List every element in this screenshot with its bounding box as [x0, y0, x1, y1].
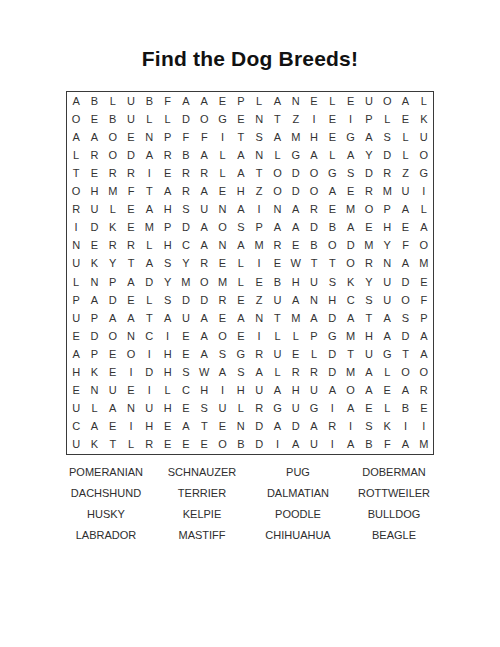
grid-cell: E: [396, 219, 414, 237]
word-list-item: BULLDOG: [346, 503, 442, 524]
grid-cell: D: [396, 327, 414, 345]
grid-cell: E: [85, 110, 103, 128]
grid-cell: T: [268, 309, 286, 327]
grid-cell: S: [396, 309, 414, 327]
grid-cell: N: [122, 327, 140, 345]
grid-cell: F: [122, 183, 140, 201]
grid-cell: A: [232, 309, 250, 327]
grid-cell: R: [195, 164, 213, 182]
grid-cell: W: [195, 364, 213, 382]
grid-cell: E: [287, 237, 305, 255]
grid-cell: A: [323, 382, 341, 400]
grid-cell: M: [104, 183, 122, 201]
grid-cell: N: [213, 237, 231, 255]
grid-cell: T: [104, 436, 122, 454]
grid-cell: E: [195, 436, 213, 454]
grid-cell: E: [323, 201, 341, 219]
grid-cell: N: [232, 418, 250, 436]
grid-cell: E: [104, 418, 122, 436]
grid-cell: R: [85, 146, 103, 164]
grid-cell: G: [415, 164, 433, 182]
grid-cell: L: [122, 436, 140, 454]
grid-cell: A: [85, 291, 103, 309]
grid-cell: A: [232, 146, 250, 164]
grid-cell: K: [378, 418, 396, 436]
grid-cell: E: [360, 400, 378, 418]
grid-cell: I: [140, 382, 158, 400]
grid-cell: D: [323, 345, 341, 363]
word-list-item: SCHNAUZER: [154, 461, 250, 482]
grid-cell: S: [177, 364, 195, 382]
grid-cell: L: [67, 273, 85, 291]
grid-cell: N: [213, 201, 231, 219]
grid-cell: D: [85, 219, 103, 237]
grid-cell: N: [378, 255, 396, 273]
grid-cell: U: [378, 291, 396, 309]
grid-cell: E: [378, 382, 396, 400]
grid-cell: I: [213, 128, 231, 146]
grid-cell: U: [360, 345, 378, 363]
grid-cell: L: [158, 110, 176, 128]
grid-cell: L: [396, 128, 414, 146]
grid-cell: R: [360, 255, 378, 273]
grid-cell: K: [85, 255, 103, 273]
grid-cell: E: [213, 183, 231, 201]
grid-cell: E: [360, 219, 378, 237]
grid-cell: C: [341, 291, 359, 309]
grid-cell: L: [305, 345, 323, 363]
grid-cell: I: [213, 382, 231, 400]
grid-cell: Y: [360, 146, 378, 164]
grid-cell: L: [268, 146, 286, 164]
grid-cell: E: [158, 418, 176, 436]
grid-cell: A: [396, 92, 414, 110]
grid-cell: R: [305, 201, 323, 219]
word-list-item: MASTIFF: [154, 524, 250, 545]
grid-cell: L: [232, 273, 250, 291]
grid-cell: G: [323, 164, 341, 182]
grid-cell: T: [195, 418, 213, 436]
grid-cell: A: [195, 183, 213, 201]
grid-cell: I: [341, 418, 359, 436]
grid-cell: H: [67, 364, 85, 382]
grid-cell: H: [232, 183, 250, 201]
grid-cell: P: [250, 219, 268, 237]
worksheet-page: Find the Dog Breeds! ABLUBFAAEPLANELEUOA…: [0, 0, 500, 647]
grid-cell: C: [177, 237, 195, 255]
grid-cell: T: [140, 309, 158, 327]
grid-cell: L: [104, 201, 122, 219]
grid-cell: S: [195, 400, 213, 418]
grid-cell: S: [158, 255, 176, 273]
grid-cell: A: [85, 128, 103, 146]
grid-cell: H: [158, 345, 176, 363]
grid-cell: M: [140, 219, 158, 237]
grid-cell: A: [268, 382, 286, 400]
grid-cell: N: [268, 201, 286, 219]
grid-cell: D: [287, 183, 305, 201]
grid-cell: E: [415, 273, 433, 291]
grid-cell: Y: [177, 255, 195, 273]
grid-cell: A: [305, 146, 323, 164]
grid-cell: B: [305, 237, 323, 255]
grid-cell: N: [85, 273, 103, 291]
grid-cell: E: [67, 327, 85, 345]
grid-cell: M: [341, 327, 359, 345]
grid-cell: L: [140, 291, 158, 309]
grid-cell: I: [158, 327, 176, 345]
grid-cell: B: [104, 110, 122, 128]
grid-cell: U: [396, 183, 414, 201]
grid-cell: R: [268, 237, 286, 255]
grid-cell: P: [305, 327, 323, 345]
grid-cell: L: [415, 201, 433, 219]
grid-cell: U: [67, 436, 85, 454]
grid-cell: G: [268, 400, 286, 418]
grid-cell: A: [341, 400, 359, 418]
grid-cell: A: [67, 92, 85, 110]
grid-cell: E: [305, 92, 323, 110]
grid-cell: D: [305, 219, 323, 237]
grid-cell: A: [195, 219, 213, 237]
grid-cell: N: [122, 400, 140, 418]
grid-cell: A: [158, 183, 176, 201]
grid-cell: M: [287, 309, 305, 327]
grid-cell: L: [287, 327, 305, 345]
grid-cell: S: [232, 364, 250, 382]
grid-cell: B: [177, 146, 195, 164]
grid-cell: H: [287, 273, 305, 291]
grid-cell: E: [213, 309, 231, 327]
grid-cell: S: [177, 201, 195, 219]
grid-cell: S: [323, 273, 341, 291]
grid-cell: R: [104, 164, 122, 182]
grid-cell: O: [305, 164, 323, 182]
grid-cell: I: [396, 418, 414, 436]
grid-cell: A: [195, 146, 213, 164]
grid-cell: E: [158, 436, 176, 454]
grid-cell: U: [250, 382, 268, 400]
grid-cell: P: [415, 309, 433, 327]
grid-cell: O: [415, 364, 433, 382]
grid-cell: O: [323, 237, 341, 255]
grid-cell: O: [268, 183, 286, 201]
grid-cell: L: [85, 400, 103, 418]
grid-cell: S: [232, 219, 250, 237]
grid-cell: M: [415, 255, 433, 273]
grid-cell: A: [396, 201, 414, 219]
grid-cell: E: [67, 382, 85, 400]
grid-cell: U: [67, 255, 85, 273]
grid-cell: P: [85, 309, 103, 327]
word-list-item: BEAGLE: [346, 524, 442, 545]
grid-cell: I: [415, 418, 433, 436]
grid-cell: A: [85, 418, 103, 436]
grid-cell: T: [122, 255, 140, 273]
word-list-item: PUG: [250, 461, 346, 482]
grid-cell: U: [305, 273, 323, 291]
grid-cell: E: [177, 345, 195, 363]
grid-cell: L: [158, 382, 176, 400]
grid-cell: M: [360, 237, 378, 255]
grid-cell: D: [177, 110, 195, 128]
grid-cell: Y: [378, 237, 396, 255]
grid-cell: O: [396, 291, 414, 309]
grid-cell: F: [158, 92, 176, 110]
grid-cell: A: [195, 345, 213, 363]
grid-cell: A: [341, 436, 359, 454]
grid-cell: M: [177, 273, 195, 291]
grid-cell: D: [396, 273, 414, 291]
grid-cell: A: [232, 201, 250, 219]
grid-cell: D: [195, 291, 213, 309]
grid-cell: F: [415, 291, 433, 309]
grid-cell: U: [268, 345, 286, 363]
grid-cell: I: [250, 255, 268, 273]
grid-cell: B: [85, 92, 103, 110]
grid-cell: A: [268, 219, 286, 237]
grid-cell: U: [360, 92, 378, 110]
grid-cell: B: [396, 400, 414, 418]
grid-cell: T: [232, 128, 250, 146]
grid-cell: A: [360, 382, 378, 400]
grid-cell: G: [232, 345, 250, 363]
grid-cell: E: [177, 436, 195, 454]
grid-cell: F: [177, 128, 195, 146]
grid-cell: S: [158, 291, 176, 309]
grid-cell: E: [213, 92, 231, 110]
grid-cell: B: [360, 436, 378, 454]
grid-cell: E: [415, 400, 433, 418]
grid-cell: D: [323, 309, 341, 327]
grid-cell: D: [250, 436, 268, 454]
grid-cell: E: [85, 164, 103, 182]
grid-cell: A: [195, 327, 213, 345]
grid-cell: S: [360, 418, 378, 436]
grid-cell: A: [158, 309, 176, 327]
grid-cell: T: [268, 110, 286, 128]
grid-cell: I: [305, 110, 323, 128]
grid-cell: L: [268, 327, 286, 345]
grid-cell: L: [323, 146, 341, 164]
grid-cell: A: [341, 309, 359, 327]
grid-cell: O: [195, 110, 213, 128]
grid-cell: U: [122, 110, 140, 128]
grid-cell: M: [341, 201, 359, 219]
word-list-item: POMERANIAN: [58, 461, 154, 482]
grid-cell: R: [360, 183, 378, 201]
grid-cell: M: [250, 237, 268, 255]
grid-cell: T: [396, 345, 414, 363]
grid-cell: L: [378, 110, 396, 128]
grid-cell: R: [415, 382, 433, 400]
grid-cell: M: [341, 364, 359, 382]
grid-cell: D: [323, 364, 341, 382]
grid-cell: H: [158, 237, 176, 255]
word-list-item: LABRADOR: [58, 524, 154, 545]
grid-cell: A: [378, 327, 396, 345]
grid-cell: R: [177, 164, 195, 182]
grid-cell: A: [177, 418, 195, 436]
grid-cell: O: [415, 237, 433, 255]
grid-cell: R: [213, 291, 231, 309]
grid-cell: A: [360, 128, 378, 146]
word-list-item: DACHSHUND: [58, 482, 154, 503]
grid-cell: D: [140, 364, 158, 382]
grid-cell: L: [268, 364, 286, 382]
grid-cell: R: [250, 400, 268, 418]
grid-cell: L: [232, 400, 250, 418]
grid-cell: R: [305, 364, 323, 382]
grid-cell: H: [378, 219, 396, 237]
grid-cell: U: [122, 92, 140, 110]
grid-cell: A: [195, 92, 213, 110]
grid-cell: O: [213, 436, 231, 454]
grid-cell: A: [305, 309, 323, 327]
grid-cell: O: [341, 382, 359, 400]
grid-cell: I: [122, 364, 140, 382]
grid-cell: R: [250, 345, 268, 363]
grid-cell: S: [360, 291, 378, 309]
grid-cell: R: [195, 255, 213, 273]
grid-cell: N: [85, 382, 103, 400]
grid-cell: D: [378, 146, 396, 164]
grid-cell: P: [158, 128, 176, 146]
grid-cell: K: [341, 273, 359, 291]
grid-cell: E: [323, 110, 341, 128]
grid-cell: Y: [104, 255, 122, 273]
grid-cell: N: [305, 291, 323, 309]
grid-cell: F: [396, 237, 414, 255]
grid-cell: O: [378, 92, 396, 110]
word-list-item: POODLE: [250, 503, 346, 524]
grid-cell: O: [213, 219, 231, 237]
grid-cell: E: [250, 273, 268, 291]
grid-cell: R: [158, 146, 176, 164]
grid-cell: A: [268, 92, 286, 110]
grid-cell: B: [268, 273, 286, 291]
grid-cell: G: [323, 327, 341, 345]
grid-cell: L: [323, 92, 341, 110]
grid-cell: O: [341, 255, 359, 273]
grid-cell: L: [396, 146, 414, 164]
grid-cell: U: [104, 382, 122, 400]
grid-cell: Z: [250, 183, 268, 201]
grid-cell: O: [67, 183, 85, 201]
word-list: POMERANIANSCHNAUZERPUGDOBERMANDACHSHUNDT…: [58, 461, 442, 545]
grid-cell: A: [140, 146, 158, 164]
grid-cell: H: [360, 327, 378, 345]
grid-cell: Z: [250, 291, 268, 309]
grid-cell: L: [213, 146, 231, 164]
grid-cell: H: [232, 382, 250, 400]
grid-cell: I: [140, 164, 158, 182]
grid-cell: E: [85, 237, 103, 255]
grid-cell: S: [341, 164, 359, 182]
grid-cell: N: [250, 110, 268, 128]
grid-cell: A: [360, 364, 378, 382]
grid-cell: I: [268, 436, 286, 454]
grid-cell: A: [396, 436, 414, 454]
grid-cell: A: [232, 164, 250, 182]
word-search-grid: ABLUBFAAEPLANELEUOALOEBULLDOGENTZIEIPLEK…: [66, 91, 434, 455]
grid-cell: H: [287, 382, 305, 400]
grid-cell: A: [378, 309, 396, 327]
word-list-item: DALMATIAN: [250, 482, 346, 503]
grid-cell: K: [85, 364, 103, 382]
grid-cell: U: [305, 436, 323, 454]
grid-cell: E: [122, 382, 140, 400]
grid-cell: A: [287, 201, 305, 219]
grid-cell: P: [158, 219, 176, 237]
grid-cell: T: [323, 255, 341, 273]
grid-cell: A: [396, 382, 414, 400]
grid-cell: N: [287, 92, 305, 110]
grid-cell: L: [415, 92, 433, 110]
word-list-item: HUSKY: [58, 503, 154, 524]
grid-cell: G: [213, 110, 231, 128]
grid-cell: D: [177, 219, 195, 237]
grid-cell: U: [378, 273, 396, 291]
grid-cell: A: [104, 400, 122, 418]
grid-cell: T: [341, 345, 359, 363]
grid-cell: R: [378, 164, 396, 182]
grid-cell: D: [140, 273, 158, 291]
grid-cell: A: [341, 219, 359, 237]
grid-cell: C: [67, 418, 85, 436]
grid-cell: O: [67, 110, 85, 128]
grid-cell: O: [360, 201, 378, 219]
grid-cell: O: [122, 345, 140, 363]
grid-cell: O: [268, 164, 286, 182]
grid-cell: K: [85, 436, 103, 454]
grid-cell: O: [195, 273, 213, 291]
grid-cell: U: [415, 128, 433, 146]
grid-cell: L: [378, 400, 396, 418]
grid-cell: H: [195, 382, 213, 400]
grid-cell: I: [122, 418, 140, 436]
grid-cell: M: [415, 436, 433, 454]
grid-cell: A: [415, 345, 433, 363]
grid-cell: I: [250, 327, 268, 345]
grid-cell: I: [140, 345, 158, 363]
grid-cell: E: [232, 110, 250, 128]
grid-cell: R: [323, 418, 341, 436]
grid-cell: O: [415, 146, 433, 164]
grid-cell: S: [213, 345, 231, 363]
grid-cell: E: [213, 255, 231, 273]
grid-cell: M: [378, 183, 396, 201]
grid-cell: R: [67, 201, 85, 219]
puzzle-title: Find the Dog Breeds!: [0, 47, 500, 71]
grid-cell: L: [232, 255, 250, 273]
grid-cell: A: [67, 345, 85, 363]
grid-cell: U: [85, 201, 103, 219]
grid-cell: H: [85, 183, 103, 201]
grid-cell: P: [232, 92, 250, 110]
grid-cell: E: [177, 327, 195, 345]
grid-cell: K: [104, 219, 122, 237]
grid-cell: A: [140, 201, 158, 219]
grid-cell: S: [250, 128, 268, 146]
grid-cell: P: [85, 345, 103, 363]
grid-cell: D: [122, 146, 140, 164]
grid-cell: T: [305, 255, 323, 273]
grid-cell: O: [104, 128, 122, 146]
grid-cell: E: [213, 418, 231, 436]
word-list-item: CHIHUAHUA: [250, 524, 346, 545]
grid-cell: I: [323, 400, 341, 418]
